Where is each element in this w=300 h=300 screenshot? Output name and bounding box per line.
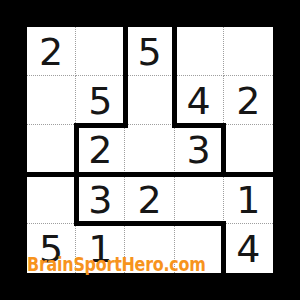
cell-r3c5[interactable] bbox=[224, 125, 273, 174]
cell-r4c4[interactable] bbox=[175, 175, 224, 224]
cell-r2c5[interactable]: 2 bbox=[224, 76, 273, 125]
cell-r3c1[interactable] bbox=[27, 125, 76, 174]
cell-r5c5[interactable]: 4 bbox=[224, 224, 273, 273]
cell-r2c3[interactable] bbox=[125, 76, 174, 125]
cell-r4c1[interactable] bbox=[27, 175, 76, 224]
cell-r3c4[interactable]: 3 bbox=[175, 125, 224, 174]
cell-r3c3[interactable] bbox=[125, 125, 174, 174]
jigsaw-sudoku-board: 2554223321514 bbox=[23, 23, 277, 277]
puzzle-stage: 2554223321514 BrainSportHero.com bbox=[0, 0, 300, 300]
cell-r3c2[interactable]: 2 bbox=[76, 125, 125, 174]
cell-r1c2[interactable] bbox=[76, 27, 125, 76]
cell-r2c4[interactable]: 4 bbox=[175, 76, 224, 125]
cell-r2c1[interactable] bbox=[27, 76, 76, 125]
cell-r4c5[interactable]: 1 bbox=[224, 175, 273, 224]
cell-r1c4[interactable] bbox=[175, 27, 224, 76]
cell-r1c5[interactable] bbox=[224, 27, 273, 76]
watermark-brand-link[interactable]: BrainSportHero.com bbox=[27, 253, 206, 275]
cell-r2c2[interactable]: 5 bbox=[76, 76, 125, 125]
cell-r4c3[interactable]: 2 bbox=[125, 175, 174, 224]
cell-r4c2[interactable]: 3 bbox=[76, 175, 125, 224]
cell-r1c3[interactable]: 5 bbox=[125, 27, 174, 76]
cell-r1c1[interactable]: 2 bbox=[27, 27, 76, 76]
